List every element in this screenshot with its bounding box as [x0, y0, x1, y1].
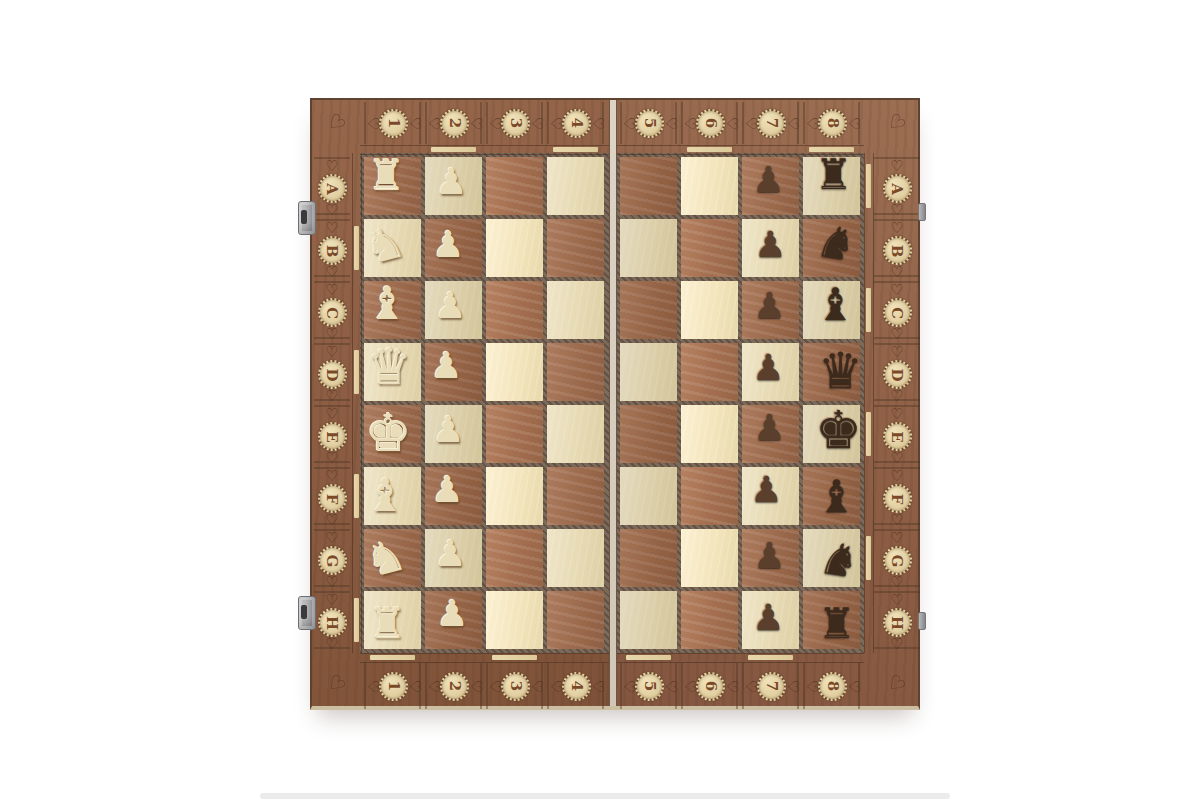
- scroll-ornament-icon: ♡: [325, 327, 338, 342]
- label-text: 3: [507, 118, 525, 128]
- rank-label-top-2: ♡2♡: [425, 102, 482, 144]
- label-disc: 1: [379, 109, 408, 138]
- label-text: 2: [446, 681, 464, 691]
- page-divider-shadow: [260, 793, 950, 799]
- square-a4[interactable]: [547, 157, 604, 215]
- square-d6[interactable]: [681, 343, 738, 401]
- label-text: 7: [763, 681, 781, 691]
- scroll-ornament-icon: ♡: [883, 110, 910, 137]
- label-disc: G: [883, 546, 912, 575]
- file-label-right-e: ♡E♡: [874, 405, 920, 463]
- label-disc: 5: [635, 109, 664, 138]
- label-disc: 4: [562, 109, 591, 138]
- label-text: 4: [568, 681, 586, 691]
- square-e3[interactable]: [486, 405, 543, 463]
- label-disc: E: [318, 422, 347, 451]
- square-g3[interactable]: [486, 529, 543, 587]
- square-c3[interactable]: [486, 281, 543, 339]
- black-pawn-c7[interactable]: ♟: [753, 288, 785, 324]
- rank-label-top-5: ♡5♡: [620, 102, 677, 144]
- scroll-ornament-icon: ♡: [743, 116, 758, 129]
- label-disc: 2: [440, 672, 469, 701]
- label-text: C: [323, 307, 341, 319]
- label-text: 8: [824, 681, 842, 691]
- rank-label-top-6: ♡6♡: [681, 102, 738, 144]
- label-disc: 8: [818, 109, 847, 138]
- white-pawn-f2[interactable]: ♟: [431, 472, 463, 508]
- file-label-left-e: ♡E♡: [314, 405, 350, 463]
- white-queen-d1[interactable]: ♛: [367, 342, 412, 392]
- hinge-clasp-left-bottom: [298, 596, 316, 630]
- scroll-ornament-icon: ♡: [786, 679, 801, 692]
- scroll-ornament-icon: ♡: [426, 679, 441, 692]
- rank-label-bottom-2: ♡2♡: [425, 663, 482, 709]
- rank-label-bottom-8: ♡8♡: [803, 663, 860, 709]
- black-pawn-g7[interactable]: ♟: [753, 538, 785, 574]
- black-pawn-f7[interactable]: ♟: [750, 472, 782, 508]
- square-c5[interactable]: [620, 281, 677, 339]
- rank-label-bottom-1: ♡1♡: [364, 663, 421, 709]
- black-bishop-f8[interactable]: ♝: [816, 474, 856, 519]
- label-text: G: [888, 554, 906, 567]
- label-text: D: [888, 368, 906, 381]
- scroll-ornament-icon: ♡: [890, 575, 903, 590]
- label-disc: 7: [757, 672, 786, 701]
- inlay-mark: [354, 350, 359, 394]
- black-rook-h8[interactable]: ♜: [818, 603, 856, 645]
- label-text: 5: [641, 118, 659, 128]
- label-disc: 6: [696, 672, 725, 701]
- scroll-ornament-icon: ♡: [890, 389, 903, 404]
- white-bishop-c1[interactable]: ♝: [367, 281, 407, 326]
- label-disc: B: [883, 236, 912, 265]
- square-b6[interactable]: [681, 219, 738, 277]
- scroll-ornament-icon: ♡: [743, 679, 758, 692]
- square-a5[interactable]: [620, 157, 677, 215]
- scroll-ornament-icon: ♡: [890, 593, 903, 608]
- label-disc: D: [318, 360, 347, 389]
- scroll-ornament-icon: ♡: [325, 345, 338, 360]
- square-a3[interactable]: [486, 157, 543, 215]
- scroll-ornament-icon: ♡: [890, 451, 903, 466]
- scroll-ornament-icon: ♡: [890, 407, 903, 422]
- scroll-ornament-icon: ♡: [325, 451, 338, 466]
- square-f5[interactable]: [620, 467, 677, 525]
- black-bishop-c8[interactable]: ♝: [815, 282, 855, 327]
- scroll-ornament-icon: ♡: [325, 637, 338, 652]
- rank-label-top-8: ♡8♡: [803, 102, 860, 144]
- square-b3[interactable]: [486, 219, 543, 277]
- hinge-pin-right-top: [918, 203, 926, 221]
- black-pawn-e7[interactable]: ♟: [753, 410, 785, 446]
- label-disc: 5: [635, 672, 664, 701]
- scroll-ornament-icon: ♡: [890, 159, 903, 174]
- inlay-mark: [431, 147, 476, 152]
- scroll-ornament-icon: ♡: [725, 679, 740, 692]
- label-disc: A: [318, 174, 347, 203]
- inlay-mark: [553, 147, 598, 152]
- file-label-left-b: ♡B♡: [314, 219, 350, 277]
- black-knight-g8[interactable]: ♞: [816, 536, 861, 585]
- scroll-ornament-icon: ♡: [325, 531, 338, 546]
- scroll-ornament-icon: ♡: [325, 513, 338, 528]
- scroll-ornament-icon: ♡: [530, 679, 545, 692]
- scroll-ornament-icon: ♡: [847, 116, 862, 129]
- label-disc: 6: [696, 109, 725, 138]
- scroll-ornament-icon: ♡: [323, 110, 350, 137]
- file-label-right-c: ♡C♡: [874, 281, 920, 339]
- file-label-left-h: ♡H♡: [314, 591, 350, 649]
- scroll-ornament-icon: ♡: [325, 407, 338, 422]
- square-d4[interactable]: [547, 343, 604, 401]
- scroll-ornament-icon: ♡: [591, 116, 606, 129]
- inlay-band-right: [864, 153, 874, 653]
- label-text: F: [888, 493, 906, 504]
- file-label-left-a: ♡A♡: [314, 157, 350, 215]
- scroll-ornament-icon: ♡: [325, 575, 338, 590]
- square-b5[interactable]: [620, 219, 677, 277]
- square-e6[interactable]: [681, 405, 738, 463]
- inlay-mark: [492, 655, 537, 660]
- scroll-ornament-icon: ♡: [725, 116, 740, 129]
- scroll-ornament-icon: ♡: [682, 116, 697, 129]
- scroll-ornament-icon: ♡: [469, 679, 484, 692]
- square-e4[interactable]: [547, 405, 604, 463]
- scroll-ornament-icon: ♡: [548, 116, 563, 129]
- white-pawn-b2[interactable]: ♟: [432, 227, 464, 263]
- scroll-ornament-icon: ♡: [325, 265, 338, 280]
- label-disc: 7: [757, 109, 786, 138]
- square-h6[interactable]: [681, 591, 738, 649]
- scroll-ornament-icon: ♡: [323, 671, 350, 698]
- label-text: 6: [702, 681, 720, 691]
- square-a6[interactable]: [681, 157, 738, 215]
- inlay-mark: [354, 226, 359, 270]
- white-pawn-c2[interactable]: ♟: [434, 288, 466, 324]
- scroll-ornament-icon: ♡: [682, 679, 697, 692]
- black-pawn-h7[interactable]: ♟: [752, 600, 784, 636]
- scroll-ornament-icon: ♡: [883, 671, 910, 698]
- label-text: 5: [641, 681, 659, 691]
- scroll-ornament-icon: ♡: [548, 679, 563, 692]
- scroll-ornament-icon: ♡: [621, 116, 636, 129]
- rank-label-top-7: ♡7♡: [742, 102, 799, 144]
- scroll-ornament-icon: ♡: [426, 116, 441, 129]
- file-label-right-f: ♡F♡: [874, 467, 920, 525]
- label-text: D: [323, 368, 341, 381]
- label-text: 3: [507, 681, 525, 691]
- inlay-mark: [866, 288, 871, 332]
- inlay-mark: [626, 655, 671, 660]
- scroll-ornament-icon: ♡: [664, 116, 679, 129]
- label-disc: F: [318, 484, 347, 513]
- scroll-ornament-icon: ♡: [530, 116, 545, 129]
- inlay-mark: [866, 164, 871, 208]
- label-text: H: [888, 615, 906, 629]
- inlay-mark: [370, 655, 415, 660]
- white-rook-h1[interactable]: ♜: [369, 603, 407, 645]
- file-label-left-c: ♡C♡: [314, 281, 350, 339]
- scroll-ornament-icon: ♡: [664, 679, 679, 692]
- scroll-ornament-icon: ♡: [365, 679, 380, 692]
- scroll-ornament-icon: ♡: [325, 221, 338, 236]
- inlay-mark: [866, 536, 871, 580]
- label-text: B: [888, 244, 906, 257]
- hinge-pin-right-bottom: [918, 612, 926, 630]
- label-disc: B: [318, 236, 347, 265]
- file-label-right-b: ♡B♡: [874, 219, 920, 277]
- scroll-ornament-icon: ♡: [325, 469, 338, 484]
- label-text: F: [323, 493, 341, 504]
- scroll-ornament-icon: ♡: [591, 679, 606, 692]
- label-disc: 8: [818, 672, 847, 701]
- inlay-mark: [866, 412, 871, 456]
- label-text: 4: [568, 118, 586, 128]
- hinge-clasp-left-top: [298, 201, 316, 235]
- square-f6[interactable]: [681, 467, 738, 525]
- square-g4[interactable]: [547, 529, 604, 587]
- scroll-ornament-icon: ♡: [365, 116, 380, 129]
- scroll-ornament-icon: ♡: [890, 531, 903, 546]
- scroll-ornament-icon: ♡: [487, 116, 502, 129]
- label-disc: G: [318, 546, 347, 575]
- square-c6[interactable]: [681, 281, 738, 339]
- inlay-mark: [687, 147, 732, 152]
- product-photo: ♡1♡♡1♡♡2♡♡2♡♡3♡♡3♡♡4♡♡4♡♡5♡♡5♡♡6♡♡6♡♡7♡♡…: [0, 0, 1200, 800]
- white-rook-a1[interactable]: ♜: [368, 155, 406, 197]
- label-disc: 2: [440, 109, 469, 138]
- square-g5[interactable]: [620, 529, 677, 587]
- label-text: 7: [763, 118, 781, 128]
- black-pawn-a7[interactable]: ♟: [752, 162, 784, 198]
- scroll-ornament-icon: ♡: [325, 203, 338, 218]
- file-label-right-h: ♡H♡: [874, 591, 920, 649]
- label-text: 2: [446, 118, 464, 128]
- corner-ornament: ♡: [314, 663, 358, 705]
- scroll-ornament-icon: ♡: [621, 679, 636, 692]
- label-text: C: [888, 307, 906, 319]
- scroll-ornament-icon: ♡: [804, 679, 819, 692]
- scroll-ornament-icon: ♡: [890, 327, 903, 342]
- label-text: A: [888, 183, 906, 195]
- scroll-ornament-icon: ♡: [847, 679, 862, 692]
- white-king-e1[interactable]: ♚: [365, 407, 412, 459]
- label-disc: H: [318, 608, 347, 637]
- black-pawn-d7[interactable]: ♟: [752, 350, 784, 386]
- black-rook-a8[interactable]: ♜: [815, 154, 853, 196]
- rank-label-bottom-5: ♡5♡: [620, 663, 677, 709]
- black-king-e8[interactable]: ♚: [815, 404, 862, 456]
- scroll-ornament-icon: ♡: [804, 116, 819, 129]
- label-text: 8: [824, 118, 842, 128]
- scroll-ornament-icon: ♡: [325, 283, 338, 298]
- file-label-right-g: ♡G♡: [874, 529, 920, 587]
- label-disc: C: [883, 298, 912, 327]
- white-pawn-e2[interactable]: ♟: [432, 412, 464, 448]
- square-h4[interactable]: [547, 591, 604, 649]
- scroll-ornament-icon: ♡: [890, 265, 903, 280]
- square-e5[interactable]: [620, 405, 677, 463]
- corner-ornament: ♡: [874, 102, 918, 144]
- scroll-ornament-icon: ♡: [487, 679, 502, 692]
- rank-label-bottom-7: ♡7♡: [742, 663, 799, 709]
- chess-board: ♡1♡♡1♡♡2♡♡2♡♡3♡♡3♡♡4♡♡4♡♡5♡♡5♡♡6♡♡6♡♡7♡♡…: [310, 98, 920, 710]
- label-text: 6: [702, 118, 720, 128]
- label-disc: D: [883, 360, 912, 389]
- inlay-mark: [748, 655, 793, 660]
- square-f4[interactable]: [547, 467, 604, 525]
- rank-label-top-4: ♡4♡: [547, 102, 604, 144]
- white-pawn-a2[interactable]: ♟: [435, 164, 467, 200]
- square-g6[interactable]: [681, 529, 738, 587]
- rank-label-bottom-3: ♡3♡: [486, 663, 543, 709]
- file-label-left-f: ♡F♡: [314, 467, 350, 525]
- white-bishop-f1[interactable]: ♝: [365, 473, 405, 518]
- white-pawn-h2[interactable]: ♟: [436, 596, 468, 632]
- square-d5[interactable]: [620, 343, 677, 401]
- scroll-ornament-icon: ♡: [408, 116, 423, 129]
- scroll-ornament-icon: ♡: [786, 116, 801, 129]
- label-disc: C: [318, 298, 347, 327]
- label-text: A: [323, 183, 341, 195]
- label-text: E: [323, 431, 341, 442]
- scroll-ornament-icon: ♡: [325, 593, 338, 608]
- scroll-ornament-icon: ♡: [890, 221, 903, 236]
- file-label-left-d: ♡D♡: [314, 343, 350, 401]
- square-h3[interactable]: [486, 591, 543, 649]
- label-disc: 3: [501, 109, 530, 138]
- scroll-ornament-icon: ♡: [325, 159, 338, 174]
- scroll-ornament-icon: ♡: [890, 469, 903, 484]
- label-text: B: [323, 244, 341, 257]
- label-text: 1: [385, 118, 403, 128]
- label-disc: E: [883, 422, 912, 451]
- rank-label-top-3: ♡3♡: [486, 102, 543, 144]
- label-disc: 3: [501, 672, 530, 701]
- file-label-right-d: ♡D♡: [874, 343, 920, 401]
- label-disc: H: [883, 608, 912, 637]
- label-text: E: [888, 431, 906, 442]
- label-disc: 1: [379, 672, 408, 701]
- white-pawn-g2[interactable]: ♟: [434, 536, 466, 572]
- corner-ornament: ♡: [874, 663, 918, 705]
- square-h5[interactable]: [620, 591, 677, 649]
- rank-label-bottom-6: ♡6♡: [681, 663, 738, 709]
- scroll-ornament-icon: ♡: [325, 389, 338, 404]
- label-disc: 4: [562, 672, 591, 701]
- black-queen-d8[interactable]: ♛: [818, 346, 863, 396]
- label-text: 1: [385, 681, 403, 691]
- square-d3[interactable]: [486, 343, 543, 401]
- scroll-ornament-icon: ♡: [890, 637, 903, 652]
- inlay-mark: [354, 598, 359, 642]
- inlay-mark: [354, 474, 359, 518]
- black-pawn-b7[interactable]: ♟: [754, 227, 786, 263]
- scroll-ornament-icon: ♡: [890, 345, 903, 360]
- rank-label-bottom-4: ♡4♡: [547, 663, 604, 709]
- scroll-ornament-icon: ♡: [890, 513, 903, 528]
- label-disc: F: [883, 484, 912, 513]
- label-text: G: [323, 554, 341, 567]
- scroll-ornament-icon: ♡: [890, 283, 903, 298]
- file-label-left-g: ♡G♡: [314, 529, 350, 587]
- corner-ornament: ♡: [314, 102, 358, 144]
- label-disc: A: [883, 174, 912, 203]
- scroll-ornament-icon: ♡: [469, 116, 484, 129]
- label-text: H: [323, 615, 341, 629]
- scroll-ornament-icon: ♡: [890, 203, 903, 218]
- file-label-right-a: ♡A♡: [874, 157, 920, 215]
- square-f3[interactable]: [486, 467, 543, 525]
- scroll-ornament-icon: ♡: [408, 679, 423, 692]
- rank-label-top-1: ♡1♡: [364, 102, 421, 144]
- square-c4[interactable]: [547, 281, 604, 339]
- white-pawn-d2[interactable]: ♟: [430, 348, 462, 384]
- fold-seam: [609, 100, 617, 706]
- black-knight-b8[interactable]: ♞: [813, 219, 858, 268]
- square-b4[interactable]: [547, 219, 604, 277]
